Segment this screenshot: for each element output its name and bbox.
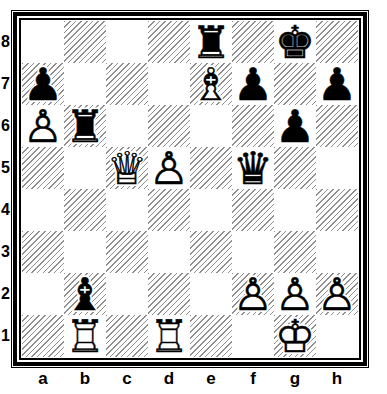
white-pawn-halo: ♟ [148, 147, 190, 189]
white-pawn-f2: ♟♙ [232, 273, 274, 315]
square-f3[interactable] [232, 231, 274, 273]
square-a4[interactable] [22, 189, 64, 231]
black-pawn-icon: ♟ [232, 63, 274, 105]
file-label-f: f [232, 369, 274, 389]
square-b3[interactable] [64, 231, 106, 273]
black-pawn-icon: ♟ [22, 63, 64, 105]
square-d3[interactable] [148, 231, 190, 273]
rank-label-6: 6 [0, 105, 11, 147]
black-queen-icon: ♛ [232, 147, 274, 189]
white-pawn-icon: ♙ [148, 147, 190, 189]
square-e1[interactable] [190, 315, 232, 357]
black-pawn-halo: ♟ [22, 63, 64, 105]
square-h1[interactable] [316, 315, 358, 357]
black-king-halo: ♚ [274, 21, 316, 63]
black-rook-icon: ♜ [190, 21, 232, 63]
rank-label-8: 8 [0, 21, 11, 63]
white-pawn-a6: ♟♙ [22, 105, 64, 147]
square-e6[interactable] [190, 105, 232, 147]
square-g6[interactable]: ♟♟ [274, 105, 316, 147]
square-h7[interactable]: ♟♟ [316, 63, 358, 105]
square-c8[interactable] [106, 21, 148, 63]
file-labels: abcdefgh [22, 369, 358, 389]
white-rook-halo: ♜ [148, 315, 190, 357]
white-pawn-icon: ♙ [22, 105, 64, 147]
square-a2[interactable] [22, 273, 64, 315]
square-d4[interactable] [148, 189, 190, 231]
white-rook-icon: ♖ [64, 315, 106, 357]
black-bishop-b2: ♝♝ [64, 273, 106, 315]
square-a6[interactable]: ♟♙ [22, 105, 64, 147]
square-e5[interactable] [190, 147, 232, 189]
white-queen-icon: ♕ [106, 147, 148, 189]
square-c3[interactable] [106, 231, 148, 273]
square-c5[interactable]: ♛♕ [106, 147, 148, 189]
white-rook-halo: ♜ [64, 315, 106, 357]
square-b1[interactable]: ♜♖ [64, 315, 106, 357]
square-g4[interactable] [274, 189, 316, 231]
file-label-c: c [106, 369, 148, 389]
square-f8[interactable] [232, 21, 274, 63]
chess-board-diagram: 87654321 ♜♜♚♚♟♟♝♗♟♟♟♟♟♙♜♜♟♟♛♕♟♙♛♛♝♝♟♙♟♙♟… [0, 0, 387, 394]
black-pawn-icon: ♟ [316, 63, 358, 105]
rank-label-5: 5 [0, 147, 11, 189]
square-c1[interactable] [106, 315, 148, 357]
square-d7[interactable] [148, 63, 190, 105]
white-pawn-icon: ♙ [316, 273, 358, 315]
rank-label-3: 3 [0, 231, 11, 273]
square-f6[interactable] [232, 105, 274, 147]
file-label-e: e [190, 369, 232, 389]
white-king-icon: ♔ [274, 315, 316, 357]
square-h5[interactable] [316, 147, 358, 189]
file-label-a: a [22, 369, 64, 389]
white-king-g1: ♚♔ [274, 315, 316, 357]
square-b6[interactable]: ♜♜ [64, 105, 106, 147]
white-queen-c5: ♛♕ [106, 147, 148, 189]
square-h8[interactable] [316, 21, 358, 63]
square-f2[interactable]: ♟♙ [232, 273, 274, 315]
square-a1[interactable] [22, 315, 64, 357]
white-pawn-icon: ♙ [274, 273, 316, 315]
square-a7[interactable]: ♟♟ [22, 63, 64, 105]
white-pawn-g2: ♟♙ [274, 273, 316, 315]
square-g8[interactable]: ♚♚ [274, 21, 316, 63]
white-pawn-h2: ♟♙ [316, 273, 358, 315]
square-c4[interactable] [106, 189, 148, 231]
square-d2[interactable] [148, 273, 190, 315]
square-g1[interactable]: ♚♔ [274, 315, 316, 357]
square-g3[interactable] [274, 231, 316, 273]
square-a3[interactable] [22, 231, 64, 273]
square-d5[interactable]: ♟♙ [148, 147, 190, 189]
white-queen-halo: ♛ [106, 147, 148, 189]
white-pawn-halo: ♟ [316, 273, 358, 315]
board-frame-mid: ♜♜♚♚♟♟♝♗♟♟♟♟♟♙♜♜♟♟♛♕♟♙♛♛♝♝♟♙♟♙♟♙♜♖♜♖♚♔ [13, 12, 367, 366]
square-h2[interactable]: ♟♙ [316, 273, 358, 315]
rank-label-4: 4 [0, 189, 11, 231]
square-f5[interactable]: ♛♛ [232, 147, 274, 189]
file-label-b: b [64, 369, 106, 389]
black-rook-e8: ♜♜ [190, 21, 232, 63]
square-f1[interactable] [232, 315, 274, 357]
white-pawn-halo: ♟ [232, 273, 274, 315]
square-d6[interactable] [148, 105, 190, 147]
white-rook-d1: ♜♖ [148, 315, 190, 357]
square-g2[interactable]: ♟♙ [274, 273, 316, 315]
black-pawn-h7: ♟♟ [316, 63, 358, 105]
black-rook-halo: ♜ [190, 21, 232, 63]
square-f4[interactable] [232, 189, 274, 231]
square-c2[interactable] [106, 273, 148, 315]
black-rook-icon: ♜ [64, 105, 106, 147]
file-label-h: h [316, 369, 358, 389]
board-grid: ♜♜♚♚♟♟♝♗♟♟♟♟♟♙♜♜♟♟♛♕♟♙♛♛♝♝♟♙♟♙♟♙♜♖♜♖♚♔ [22, 21, 358, 357]
black-pawn-g6: ♟♟ [274, 105, 316, 147]
square-h4[interactable] [316, 189, 358, 231]
board-frame: ♜♜♚♚♟♟♝♗♟♟♟♟♟♙♜♜♟♟♛♕♟♙♛♛♝♝♟♙♟♙♟♙♜♖♜♖♚♔ [11, 10, 369, 368]
black-rook-halo: ♜ [64, 105, 106, 147]
square-c7[interactable] [106, 63, 148, 105]
black-pawn-f7: ♟♟ [232, 63, 274, 105]
square-b2[interactable]: ♝♝ [64, 273, 106, 315]
black-queen-halo: ♛ [232, 147, 274, 189]
square-c6[interactable] [106, 105, 148, 147]
square-a5[interactable] [22, 147, 64, 189]
black-bishop-halo: ♝ [64, 273, 106, 315]
board-frame-inner: ♜♜♚♚♟♟♝♗♟♟♟♟♟♙♜♜♟♟♛♕♟♙♛♛♝♝♟♙♟♙♟♙♜♖♜♖♚♔ [19, 18, 361, 360]
square-f7[interactable]: ♟♟ [232, 63, 274, 105]
black-king-g8: ♚♚ [274, 21, 316, 63]
white-pawn-icon: ♙ [232, 273, 274, 315]
black-bishop-icon: ♝ [64, 273, 106, 315]
square-d8[interactable] [148, 21, 190, 63]
white-rook-b1: ♜♖ [64, 315, 106, 357]
white-pawn-halo: ♟ [274, 273, 316, 315]
square-h3[interactable] [316, 231, 358, 273]
square-a8[interactable] [22, 21, 64, 63]
square-h6[interactable] [316, 105, 358, 147]
black-pawn-a7: ♟♟ [22, 63, 64, 105]
rank-label-1: 1 [0, 315, 11, 357]
white-pawn-halo: ♟ [22, 105, 64, 147]
square-d1[interactable]: ♜♖ [148, 315, 190, 357]
square-b8[interactable] [64, 21, 106, 63]
black-pawn-halo: ♟ [316, 63, 358, 105]
black-pawn-halo: ♟ [274, 105, 316, 147]
white-bishop-halo: ♝ [190, 63, 232, 105]
square-b7[interactable] [64, 63, 106, 105]
square-g5[interactable] [274, 147, 316, 189]
file-label-d: d [148, 369, 190, 389]
black-rook-b6: ♜♜ [64, 105, 106, 147]
white-rook-icon: ♖ [148, 315, 190, 357]
black-king-icon: ♚ [274, 21, 316, 63]
white-bishop-icon: ♗ [190, 63, 232, 105]
square-b4[interactable] [64, 189, 106, 231]
square-e3[interactable] [190, 231, 232, 273]
square-e2[interactable] [190, 273, 232, 315]
white-bishop-e7: ♝♗ [190, 63, 232, 105]
square-e7[interactable]: ♝♗ [190, 63, 232, 105]
square-b5[interactable] [64, 147, 106, 189]
black-queen-f5: ♛♛ [232, 147, 274, 189]
black-pawn-icon: ♟ [274, 105, 316, 147]
rank-labels: 87654321 [0, 21, 11, 357]
white-pawn-d5: ♟♙ [148, 147, 190, 189]
black-pawn-halo: ♟ [232, 63, 274, 105]
square-e8[interactable]: ♜♜ [190, 21, 232, 63]
white-king-halo: ♚ [274, 315, 316, 357]
square-e4[interactable] [190, 189, 232, 231]
file-label-g: g [274, 369, 316, 389]
rank-label-2: 2 [0, 273, 11, 315]
square-g7[interactable] [274, 63, 316, 105]
rank-label-7: 7 [0, 63, 11, 105]
